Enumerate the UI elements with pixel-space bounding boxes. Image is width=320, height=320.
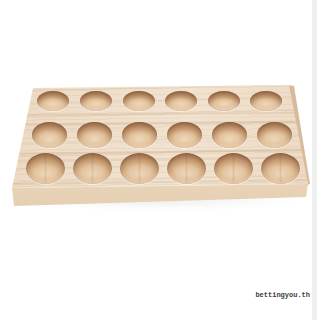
pit-r2-c3[interactable] (122, 122, 157, 148)
pit-r3-c2[interactable] (73, 153, 112, 184)
pit-r1-c6[interactable] (250, 91, 282, 111)
pit-r1-c1[interactable] (37, 91, 69, 111)
pit-r2-c5[interactable] (212, 122, 247, 148)
pit-r2-c1[interactable] (32, 122, 67, 148)
pit-r1-c3[interactable] (123, 91, 155, 111)
pit-r2-c4[interactable] (167, 122, 202, 148)
product-photo-scene: bettingyou.th (0, 0, 320, 320)
pit-r3-c4[interactable] (167, 153, 206, 184)
pit-r1-c5[interactable] (208, 91, 240, 111)
watermark: bettingyou.th (255, 291, 310, 299)
pit-r2-c2[interactable] (77, 122, 112, 148)
wooden-tray-board (0, 0, 320, 320)
pit-r3-c5[interactable] (214, 153, 253, 184)
pit-r3-c1[interactable] (26, 153, 65, 184)
pit-r3-c3[interactable] (120, 153, 159, 184)
pit-r1-c4[interactable] (165, 91, 197, 111)
pit-r1-c2[interactable] (80, 91, 112, 111)
pit-r3-c6[interactable] (261, 153, 300, 184)
board-surface (0, 0, 320, 320)
pit-r2-c6[interactable] (257, 122, 292, 148)
